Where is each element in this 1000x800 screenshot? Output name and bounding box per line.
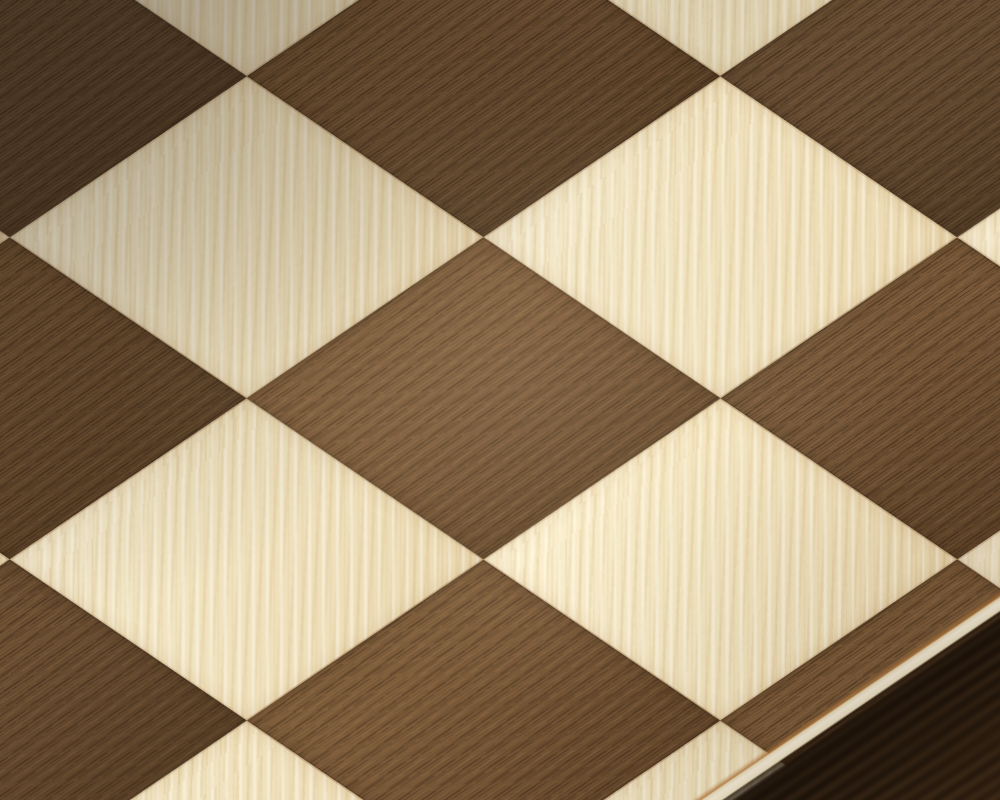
chess-board <box>0 0 1000 800</box>
chessboard-photo <box>0 0 1000 800</box>
